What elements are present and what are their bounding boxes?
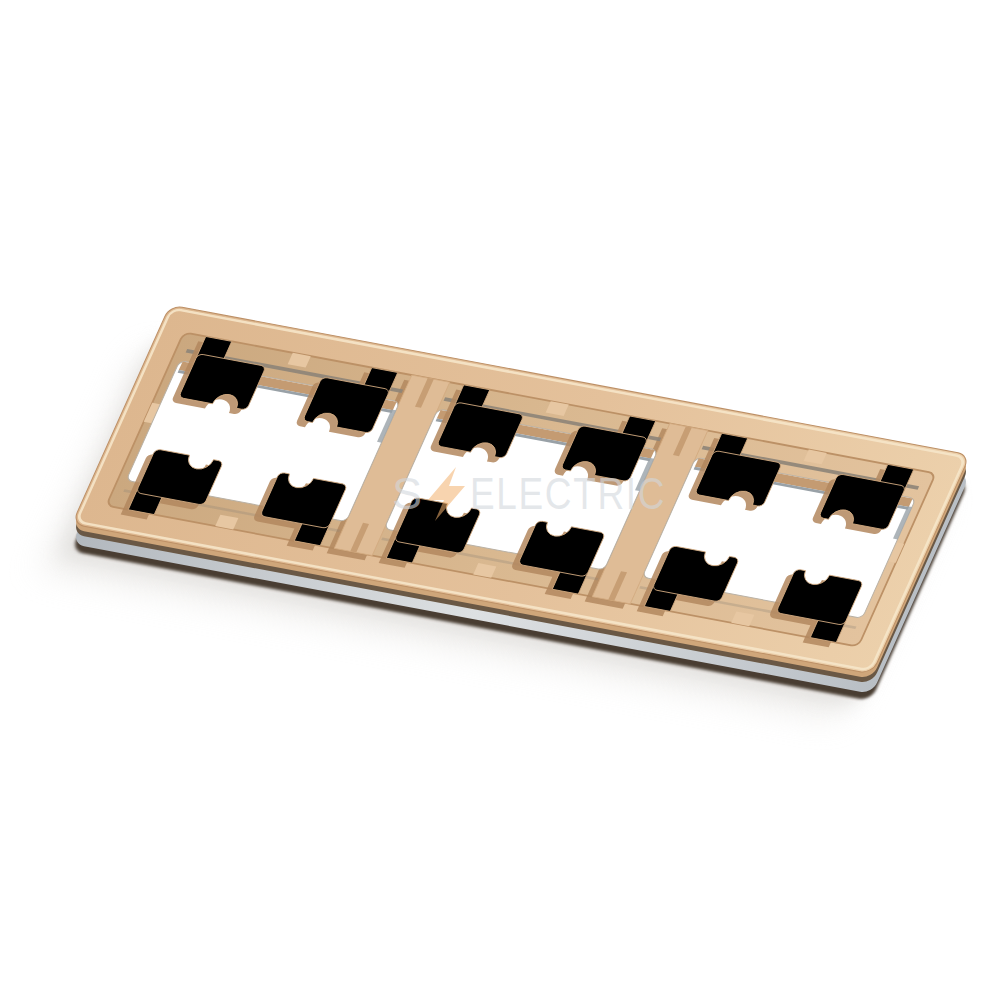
product-photo-canvas: S ELECTRIC: [0, 0, 1000, 1000]
watermark-text-prefix: S: [392, 468, 424, 519]
product-photo: S ELECTRIC: [0, 0, 1000, 1000]
watermark-text-suffix: ELECTRIC: [470, 468, 666, 519]
